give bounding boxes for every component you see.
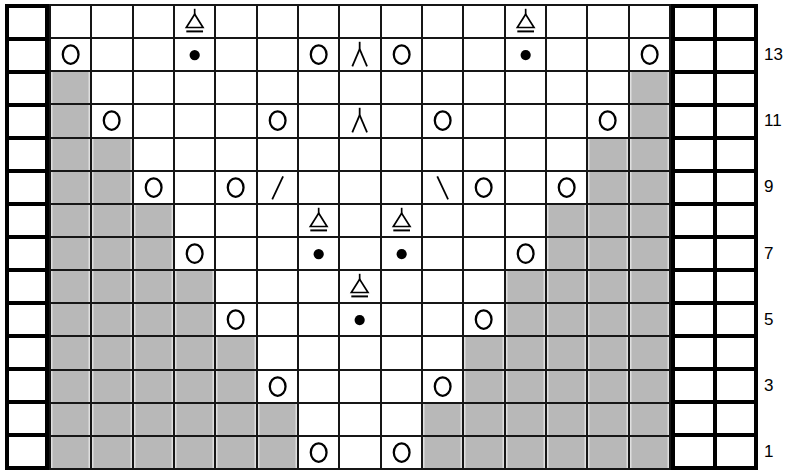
cell-r2-c3 (134, 404, 173, 435)
cell-r5-c12 (506, 304, 545, 335)
cell-r14-c10 (423, 6, 462, 37)
cell-r13-c14 (588, 39, 627, 70)
yarn-over-symbol (51, 39, 90, 70)
cell-r11-c10 (423, 105, 462, 136)
cell-r10-c7 (299, 139, 338, 170)
cell-r4-c6 (258, 337, 297, 368)
cell-r14-c14 (588, 6, 627, 37)
cell-r6-c2 (92, 271, 131, 302)
cell-r12-c10 (423, 72, 462, 103)
dot-symbol (299, 238, 338, 269)
cell-r4-c3 (134, 337, 173, 368)
cell-r3-c11 (464, 371, 503, 402)
cell-r11-c8 (340, 105, 379, 136)
cell-r8-c9 (382, 205, 421, 236)
cell-r3-c15 (630, 371, 669, 402)
right-edge-cell-r9-c2 (717, 173, 755, 202)
yarn-over-symbol (464, 304, 503, 335)
yarn-over-symbol (506, 238, 545, 269)
cell-r13-c13 (547, 39, 586, 70)
cell-r10-c13 (547, 139, 586, 170)
cell-r8-c2 (92, 205, 131, 236)
cell-r1-c5 (216, 437, 255, 468)
cell-r11-c5 (216, 105, 255, 136)
cell-r13-c8 (340, 39, 379, 70)
right-edge-cell-r1-c2 (717, 437, 755, 466)
cell-r13-c11 (464, 39, 503, 70)
right-edge-cell-r6-c1 (675, 272, 713, 301)
yarn-over-symbol (216, 304, 255, 335)
right-edge-cell-r11-c1 (675, 107, 713, 136)
yarn-over-symbol (299, 39, 338, 70)
left-edge-cell-r5 (9, 305, 45, 334)
cell-r3-c8 (340, 371, 379, 402)
cell-r4-c11 (464, 337, 503, 368)
yarn-over-symbol (92, 105, 131, 136)
right-edge-cell-r13-c1 (675, 41, 713, 70)
row-number-blank (758, 72, 792, 103)
cell-r12-c13 (547, 72, 586, 103)
cell-r10-c2 (92, 139, 131, 170)
cell-r8-c6 (258, 205, 297, 236)
cell-r6-c11 (464, 271, 503, 302)
cell-r6-c10 (423, 271, 462, 302)
cell-r10-c5 (216, 139, 255, 170)
cell-r2-c14 (588, 404, 627, 435)
cell-r2-c7 (299, 404, 338, 435)
right-edge-cell-r2-c1 (675, 404, 713, 433)
cell-r7-c11 (464, 238, 503, 269)
cell-r8-c8 (340, 205, 379, 236)
cell-r4-c14 (588, 337, 627, 368)
row-number-blank (758, 337, 792, 368)
cell-r1-c15 (630, 437, 669, 468)
right-edge-cell-r10-c1 (675, 140, 713, 169)
row-number-blank (758, 205, 792, 236)
cell-r5-c10 (423, 304, 462, 335)
cell-r6-c3 (134, 271, 173, 302)
right-edge-cell-r8-c2 (717, 206, 755, 235)
cell-r4-c12 (506, 337, 545, 368)
yarn-over-symbol (382, 39, 421, 70)
right-edge-cell-r11-c2 (717, 107, 755, 136)
dot-symbol (175, 39, 214, 70)
cell-r2-c1 (51, 404, 90, 435)
cell-r2-c15 (630, 404, 669, 435)
right-edge-cell-r12-c2 (717, 74, 755, 103)
row-number-blank (758, 139, 792, 170)
yarn-over-symbol (258, 105, 297, 136)
yarn-over-symbol (423, 371, 462, 402)
cell-r14-c3 (134, 6, 173, 37)
row-number-3: 3 (758, 371, 792, 402)
cell-r9-c7 (299, 172, 338, 203)
yarn-over-symbol (382, 437, 421, 468)
yarn-over-symbol (547, 172, 586, 203)
cell-r6-c9 (382, 271, 421, 302)
cell-r7-c3 (134, 238, 173, 269)
row-number-column: 131197531 (758, 4, 792, 470)
cell-r14-c15 (630, 6, 669, 37)
right-edge-cell-r5-c2 (717, 305, 755, 334)
cell-r5-c2 (92, 304, 131, 335)
cell-r6-c6 (258, 271, 297, 302)
cell-r9-c3 (134, 172, 173, 203)
triangle-stitch-symbol (299, 205, 338, 236)
cell-r2-c10 (423, 404, 462, 435)
cell-r13-c6 (258, 39, 297, 70)
cell-r8-c5 (216, 205, 255, 236)
cell-r7-c7 (299, 238, 338, 269)
cell-r13-c12 (506, 39, 545, 70)
cell-r1-c10 (423, 437, 462, 468)
cell-r10-c10 (423, 139, 462, 170)
cell-r9-c8 (340, 172, 379, 203)
right-edge-cell-r14-c2 (717, 8, 755, 37)
cell-r8-c7 (299, 205, 338, 236)
cell-r13-c5 (216, 39, 255, 70)
cell-r2-c6 (258, 404, 297, 435)
cell-r7-c5 (216, 238, 255, 269)
cell-r5-c15 (630, 304, 669, 335)
cell-r13-c3 (134, 39, 173, 70)
left-edge-cell-r2 (9, 404, 45, 433)
triangle-stitch-symbol (340, 271, 379, 302)
cell-r9-c5 (216, 172, 255, 203)
cell-r5-c13 (547, 304, 586, 335)
cell-r13-c7 (299, 39, 338, 70)
row-number-9: 9 (758, 172, 792, 203)
cell-r14-c12 (506, 6, 545, 37)
right-edge-cell-r6-c2 (717, 272, 755, 301)
cell-r11-c12 (506, 105, 545, 136)
cell-r13-c2 (92, 39, 131, 70)
row-number-11: 11 (758, 105, 792, 136)
right-edge-columns (671, 4, 758, 470)
cell-r3-c12 (506, 371, 545, 402)
cell-r12-c9 (382, 72, 421, 103)
cell-r14-c11 (464, 6, 503, 37)
cell-r14-c8 (340, 6, 379, 37)
right-edge-cell-r10-c2 (717, 140, 755, 169)
cell-r8-c4 (175, 205, 214, 236)
cell-r13-c9 (382, 39, 421, 70)
cell-r2-c8 (340, 404, 379, 435)
cell-r4-c8 (340, 337, 379, 368)
cell-r3-c4 (175, 371, 214, 402)
cell-r12-c12 (506, 72, 545, 103)
right-edge-cell-r1-c1 (675, 437, 713, 466)
cell-r8-c12 (506, 205, 545, 236)
cell-r14-c7 (299, 6, 338, 37)
main-chart-grid (49, 4, 671, 470)
cell-r12-c2 (92, 72, 131, 103)
right-edge-cell-r12-c1 (675, 74, 713, 103)
cell-r4-c2 (92, 337, 131, 368)
cell-r3-c10 (423, 371, 462, 402)
cell-r13-c4 (175, 39, 214, 70)
right-edge-cell-r7-c2 (717, 239, 755, 268)
cell-r10-c9 (382, 139, 421, 170)
cell-r2-c5 (216, 404, 255, 435)
cell-r5-c7 (299, 304, 338, 335)
row-number-7: 7 (758, 238, 792, 269)
cell-r11-c6 (258, 105, 297, 136)
cell-r13-c15 (630, 39, 669, 70)
left-edge-cell-r12 (9, 74, 45, 103)
left-edge-cell-r11 (9, 107, 45, 136)
cell-r12-c3 (134, 72, 173, 103)
cell-r11-c14 (588, 105, 627, 136)
dot-symbol (382, 238, 421, 269)
cell-r12-c7 (299, 72, 338, 103)
cell-r4-c13 (547, 337, 586, 368)
cell-r7-c14 (588, 238, 627, 269)
cell-r10-c1 (51, 139, 90, 170)
cell-r5-c3 (134, 304, 173, 335)
k2tog-symbol (258, 172, 297, 203)
cell-r3-c7 (299, 371, 338, 402)
left-edge-cell-r9 (9, 173, 45, 202)
cell-r7-c1 (51, 238, 90, 269)
cell-r12-c11 (464, 72, 503, 103)
cell-r7-c6 (258, 238, 297, 269)
cell-r11-c3 (134, 105, 173, 136)
cell-r10-c6 (258, 139, 297, 170)
cell-r14-c2 (92, 6, 131, 37)
left-edge-cell-r14 (9, 8, 45, 37)
triangle-stitch-symbol (382, 205, 421, 236)
cell-r8-c13 (547, 205, 586, 236)
yarn-over-symbol (175, 238, 214, 269)
cell-r4-c10 (423, 337, 462, 368)
yarn-over-symbol (423, 105, 462, 136)
row-number-blank (758, 404, 792, 435)
right-edge-cell-r9-c1 (675, 173, 713, 202)
cell-r1-c8 (340, 437, 379, 468)
cell-r14-c5 (216, 6, 255, 37)
cell-r5-c1 (51, 304, 90, 335)
cell-r14-c6 (258, 6, 297, 37)
cell-r9-c6 (258, 172, 297, 203)
cell-r1-c4 (175, 437, 214, 468)
yarn-over-symbol (464, 172, 503, 203)
cell-r3-c1 (51, 371, 90, 402)
row-number-1: 1 (758, 437, 792, 468)
left-edge-cell-r8 (9, 206, 45, 235)
right-edge-cell-r14-c1 (675, 8, 713, 37)
cell-r8-c1 (51, 205, 90, 236)
cell-r2-c2 (92, 404, 131, 435)
cell-r1-c12 (506, 437, 545, 468)
cell-r10-c12 (506, 139, 545, 170)
left-edge-cell-r4 (9, 338, 45, 367)
cell-r7-c13 (547, 238, 586, 269)
cell-r2-c11 (464, 404, 503, 435)
cell-r9-c10 (423, 172, 462, 203)
cell-r1-c9 (382, 437, 421, 468)
cell-r6-c7 (299, 271, 338, 302)
cell-r2-c4 (175, 404, 214, 435)
cell-r5-c14 (588, 304, 627, 335)
cell-r7-c15 (630, 238, 669, 269)
cell-r12-c1 (51, 72, 90, 103)
cell-r6-c8 (340, 271, 379, 302)
central-double-decrease-symbol (340, 105, 379, 136)
right-edge-cell-r5-c1 (675, 305, 713, 334)
cell-r11-c2 (92, 105, 131, 136)
cell-r8-c14 (588, 205, 627, 236)
yarn-over-symbol (134, 172, 173, 203)
yarn-over-symbol (588, 105, 627, 136)
cell-r4-c5 (216, 337, 255, 368)
row-number-5: 5 (758, 304, 792, 335)
cell-r11-c4 (175, 105, 214, 136)
cell-r14-c9 (382, 6, 421, 37)
cell-r5-c4 (175, 304, 214, 335)
left-edge-column (5, 4, 49, 470)
right-edge-cell-r3-c1 (675, 371, 713, 400)
cell-r8-c10 (423, 205, 462, 236)
right-edge-cell-r8-c1 (675, 206, 713, 235)
yarn-over-symbol (299, 437, 338, 468)
right-edge-cell-r7-c1 (675, 239, 713, 268)
cell-r1-c3 (134, 437, 173, 468)
cell-r5-c9 (382, 304, 421, 335)
yarn-over-symbol (216, 172, 255, 203)
cell-r14-c1 (51, 6, 90, 37)
right-edge-cell-r2-c2 (717, 404, 755, 433)
cell-r4-c7 (299, 337, 338, 368)
cell-r9-c12 (506, 172, 545, 203)
cell-r3-c9 (382, 371, 421, 402)
cell-r9-c11 (464, 172, 503, 203)
cell-r7-c4 (175, 238, 214, 269)
left-edge-cell-r10 (9, 140, 45, 169)
cell-r3-c6 (258, 371, 297, 402)
row-number-blank (758, 6, 792, 37)
cell-r4-c9 (382, 337, 421, 368)
ssk-symbol (423, 172, 462, 203)
cell-r9-c1 (51, 172, 90, 203)
right-edge-cell-r4-c2 (717, 338, 755, 367)
cell-r10-c4 (175, 139, 214, 170)
left-edge-cell-r3 (9, 371, 45, 400)
cell-r6-c13 (547, 271, 586, 302)
cell-r7-c2 (92, 238, 131, 269)
triangle-stitch-symbol (506, 6, 545, 37)
dot-symbol (340, 304, 379, 335)
cell-r8-c11 (464, 205, 503, 236)
cell-r14-c4 (175, 6, 214, 37)
cell-r7-c12 (506, 238, 545, 269)
yarn-over-symbol (630, 39, 669, 70)
cell-r11-c13 (547, 105, 586, 136)
knitting-chart-board: 131197531 (5, 4, 792, 470)
cell-r1-c7 (299, 437, 338, 468)
cell-r6-c5 (216, 271, 255, 302)
cell-r11-c15 (630, 105, 669, 136)
cell-r8-c3 (134, 205, 173, 236)
cell-r6-c12 (506, 271, 545, 302)
cell-r8-c15 (630, 205, 669, 236)
cell-r6-c15 (630, 271, 669, 302)
cell-r10-c8 (340, 139, 379, 170)
cell-r7-c10 (423, 238, 462, 269)
right-edge-cell-r13-c2 (717, 41, 755, 70)
cell-r9-c15 (630, 172, 669, 203)
cell-r12-c8 (340, 72, 379, 103)
row-number-13: 13 (758, 39, 792, 70)
row-number-blank (758, 271, 792, 302)
cell-r6-c4 (175, 271, 214, 302)
cell-r2-c13 (547, 404, 586, 435)
yarn-over-symbol (258, 371, 297, 402)
cell-r3-c13 (547, 371, 586, 402)
cell-r12-c15 (630, 72, 669, 103)
cell-r5-c8 (340, 304, 379, 335)
cell-r3-c14 (588, 371, 627, 402)
cell-r11-c11 (464, 105, 503, 136)
cell-r7-c9 (382, 238, 421, 269)
left-edge-cell-r7 (9, 239, 45, 268)
cell-r12-c4 (175, 72, 214, 103)
cell-r4-c4 (175, 337, 214, 368)
cell-r5-c5 (216, 304, 255, 335)
right-edge-cell-r4-c1 (675, 338, 713, 367)
cell-r12-c6 (258, 72, 297, 103)
cell-r7-c8 (340, 238, 379, 269)
cell-r3-c5 (216, 371, 255, 402)
right-edge-cell-r3-c2 (717, 371, 755, 400)
cell-r5-c6 (258, 304, 297, 335)
cell-r4-c15 (630, 337, 669, 368)
triangle-stitch-symbol (175, 6, 214, 37)
cell-r1-c1 (51, 437, 90, 468)
cell-r9-c14 (588, 172, 627, 203)
cell-r9-c4 (175, 172, 214, 203)
cell-r9-c13 (547, 172, 586, 203)
cell-r6-c14 (588, 271, 627, 302)
cell-r2-c12 (506, 404, 545, 435)
left-edge-cell-r13 (9, 41, 45, 70)
cell-r10-c3 (134, 139, 173, 170)
cell-r1-c13 (547, 437, 586, 468)
left-edge-cell-r6 (9, 272, 45, 301)
cell-r11-c7 (299, 105, 338, 136)
central-double-decrease-symbol (340, 39, 379, 70)
cell-r11-c9 (382, 105, 421, 136)
dot-symbol (506, 39, 545, 70)
cell-r1-c11 (464, 437, 503, 468)
cell-r13-c10 (423, 39, 462, 70)
cell-r12-c5 (216, 72, 255, 103)
cell-r1-c14 (588, 437, 627, 468)
cell-r5-c11 (464, 304, 503, 335)
cell-r1-c2 (92, 437, 131, 468)
cell-r13-c1 (51, 39, 90, 70)
cell-r14-c13 (547, 6, 586, 37)
cell-r6-c1 (51, 271, 90, 302)
cell-r9-c2 (92, 172, 131, 203)
cell-r10-c11 (464, 139, 503, 170)
cell-r3-c2 (92, 371, 131, 402)
cell-r12-c14 (588, 72, 627, 103)
cell-r11-c1 (51, 105, 90, 136)
cell-r3-c3 (134, 371, 173, 402)
cell-r4-c1 (51, 337, 90, 368)
cell-r10-c14 (588, 139, 627, 170)
